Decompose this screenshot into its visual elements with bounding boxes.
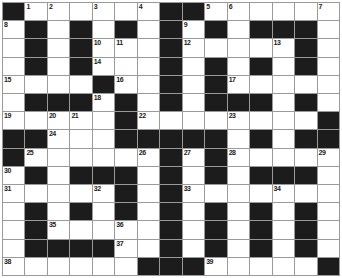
cell-r10c15[interactable]	[318, 167, 339, 184]
clue-number-24: 24	[49, 130, 56, 138]
cell-r1c13[interactable]	[273, 3, 294, 20]
black-cell-r6c10	[205, 94, 226, 111]
black-cell-r1c9	[183, 3, 204, 20]
black-cell-r14c3	[48, 240, 69, 257]
cell-r10c11[interactable]	[228, 167, 249, 184]
black-cell-r14c14	[295, 240, 316, 257]
clue-number-34: 34	[274, 185, 281, 193]
clue-number-2: 2	[49, 3, 52, 11]
cell-r9c14[interactable]	[295, 149, 316, 166]
cell-r11c15[interactable]	[318, 185, 339, 202]
black-cell-r10c6	[115, 167, 136, 184]
cell-r9c13[interactable]	[273, 149, 294, 166]
black-cell-r8c2	[25, 130, 46, 147]
cell-r4c5[interactable]: 14	[93, 58, 114, 75]
black-cell-r13c14	[295, 221, 316, 238]
black-cell-r10c4	[70, 167, 91, 184]
cell-r4c13[interactable]	[273, 58, 294, 75]
black-cell-r11c6	[115, 185, 136, 202]
black-cell-r3c2	[25, 39, 46, 56]
cell-r1c15[interactable]: 7	[318, 3, 339, 20]
black-cell-r12c8	[160, 203, 181, 220]
cell-r11c11[interactable]	[228, 185, 249, 202]
black-cell-r14c2	[25, 240, 46, 257]
cell-r3c11[interactable]	[228, 39, 249, 56]
cell-r13c13[interactable]	[273, 221, 294, 238]
cell-r11c12[interactable]	[250, 185, 271, 202]
cell-r2c9[interactable]: 9	[183, 21, 204, 38]
cell-r9c3[interactable]	[48, 149, 69, 166]
cell-r13c9[interactable]	[183, 221, 204, 238]
cell-r9c2[interactable]: 25	[25, 149, 46, 166]
cell-r5c12[interactable]	[250, 76, 271, 93]
cell-r7c10[interactable]	[205, 112, 226, 129]
clue-number-19: 19	[4, 112, 11, 120]
clue-number-16: 16	[116, 76, 123, 84]
black-cell-r14c12	[250, 240, 271, 257]
clue-number-31: 31	[4, 185, 11, 193]
cell-r3c12[interactable]	[250, 39, 271, 56]
clue-number-33: 33	[184, 185, 191, 193]
cell-r1c4[interactable]	[70, 3, 91, 20]
cell-r10c1[interactable]: 30	[3, 167, 24, 184]
clue-number-23: 23	[229, 112, 236, 120]
cell-r14c6[interactable]: 37	[115, 240, 136, 257]
cell-r14c1[interactable]	[3, 240, 24, 257]
clue-number-38: 38	[4, 258, 11, 266]
black-cell-r5c5	[93, 76, 114, 93]
cell-r13c5[interactable]	[93, 221, 114, 238]
black-cell-r11c8	[160, 185, 181, 202]
black-cell-r3c14	[295, 39, 316, 56]
cell-r3c1[interactable]	[3, 39, 24, 56]
black-cell-r4c12	[250, 58, 271, 75]
crossword-puzzle: 1234567891011121314151617181920212223242…	[0, 0, 342, 278]
black-cell-r2c2	[25, 21, 46, 38]
black-cell-r10c5	[93, 167, 114, 184]
cell-r1c10[interactable]: 5	[205, 3, 226, 20]
cell-r2c15[interactable]	[318, 21, 339, 38]
cell-r11c13[interactable]: 34	[273, 185, 294, 202]
cell-r11c10[interactable]	[205, 185, 226, 202]
cell-r7c4[interactable]: 21	[70, 112, 91, 129]
cell-r9c4[interactable]	[70, 149, 91, 166]
cell-r7c2[interactable]	[25, 112, 46, 129]
black-cell-r8c6	[115, 130, 136, 147]
black-cell-r15c8	[160, 258, 181, 275]
clue-number-3: 3	[94, 3, 97, 11]
cell-r5c11[interactable]: 17	[228, 76, 249, 93]
clue-number-12: 12	[184, 39, 191, 47]
clue-number-35: 35	[49, 221, 56, 229]
cell-r1c14[interactable]	[295, 3, 316, 20]
cell-r9c5[interactable]	[93, 149, 114, 166]
clue-number-39: 39	[206, 258, 213, 266]
black-cell-r6c4	[70, 94, 91, 111]
black-cell-r1c8	[160, 3, 181, 20]
clue-number-17: 17	[229, 76, 236, 84]
black-cell-r6c12	[250, 94, 271, 111]
cell-r6c15[interactable]	[318, 94, 339, 111]
cell-r9c9[interactable]: 27	[183, 149, 204, 166]
cell-r2c7[interactable]	[138, 21, 159, 38]
cell-r2c1[interactable]: 8	[3, 21, 24, 38]
cell-r7c13[interactable]	[273, 112, 294, 129]
cell-r5c13[interactable]	[273, 76, 294, 93]
cell-r1c11[interactable]: 6	[228, 3, 249, 20]
black-cell-r2c4	[70, 21, 91, 38]
cell-r12c15[interactable]	[318, 203, 339, 220]
cell-r6c13[interactable]	[273, 94, 294, 111]
black-cell-r12c10	[205, 203, 226, 220]
cell-r13c6[interactable]: 36	[115, 221, 136, 238]
cell-r14c11[interactable]	[228, 240, 249, 257]
black-cell-r13c8	[160, 221, 181, 238]
black-cell-r8c12	[250, 130, 271, 147]
cell-r5c7[interactable]	[138, 76, 159, 93]
cell-r5c6[interactable]: 16	[115, 76, 136, 93]
cell-r15c2[interactable]	[25, 258, 46, 275]
cell-r6c1[interactable]	[3, 94, 24, 111]
cell-r4c11[interactable]	[228, 58, 249, 75]
cell-r3c13[interactable]: 13	[273, 39, 294, 56]
black-cell-r15c15	[318, 258, 339, 275]
cell-r2c3[interactable]	[48, 21, 69, 38]
clue-number-11: 11	[116, 39, 122, 47]
black-cell-r10c12	[250, 167, 271, 184]
clue-number-7: 7	[319, 3, 322, 11]
cell-r11c9[interactable]: 33	[183, 185, 204, 202]
cell-r11c7[interactable]	[138, 185, 159, 202]
black-cell-r1c1	[3, 3, 24, 20]
cell-r5c9[interactable]	[183, 76, 204, 93]
black-cell-r12c14	[295, 203, 316, 220]
cell-r3c6[interactable]: 11	[115, 39, 136, 56]
cell-r15c14[interactable]	[295, 258, 316, 275]
black-cell-r2c6	[115, 21, 136, 38]
clue-number-28: 28	[229, 149, 236, 157]
black-cell-r7c6	[115, 112, 136, 129]
cell-r9c15[interactable]: 29	[318, 149, 339, 166]
black-cell-r2c13	[273, 21, 294, 38]
cell-r9c12[interactable]	[250, 149, 271, 166]
cell-r7c1[interactable]: 19	[3, 112, 24, 129]
cell-r10c7[interactable]	[138, 167, 159, 184]
black-cell-r8c7	[138, 130, 159, 147]
black-cell-r8c10	[205, 130, 226, 147]
black-cell-r5c10	[205, 76, 226, 93]
black-cell-r10c13	[273, 167, 294, 184]
black-cell-r2c12	[250, 21, 271, 38]
cell-r1c12[interactable]	[250, 3, 271, 20]
cell-r15c6[interactable]	[115, 258, 136, 275]
black-cell-r10c2	[25, 167, 46, 184]
cell-r12c5[interactable]	[93, 203, 114, 220]
cell-r14c9[interactable]	[183, 240, 204, 257]
cell-r1c7[interactable]: 4	[138, 3, 159, 20]
black-cell-r9c1	[3, 149, 24, 166]
black-cell-r3c4	[70, 39, 91, 56]
black-cell-r7c15	[318, 112, 339, 129]
cell-r9c11[interactable]: 28	[228, 149, 249, 166]
black-cell-r15c7	[138, 258, 159, 275]
black-cell-r10c8	[160, 167, 181, 184]
cell-r1c6[interactable]	[115, 3, 136, 20]
cell-r15c4[interactable]	[70, 258, 91, 275]
cell-r14c7[interactable]	[138, 240, 159, 257]
black-cell-r14c8	[160, 240, 181, 257]
cell-r11c14[interactable]	[295, 185, 316, 202]
black-cell-r15c9	[183, 258, 204, 275]
black-cell-r8c15	[318, 130, 339, 147]
clue-number-20: 20	[49, 112, 56, 120]
cell-r4c7[interactable]	[138, 58, 159, 75]
cell-r1c3[interactable]: 2	[48, 3, 69, 20]
black-cell-r6c2	[25, 94, 46, 111]
cell-r12c13[interactable]	[273, 203, 294, 220]
cell-r12c9[interactable]	[183, 203, 204, 220]
cell-r13c3[interactable]: 35	[48, 221, 69, 238]
clue-number-9: 9	[184, 21, 187, 29]
clue-number-5: 5	[206, 3, 209, 11]
cell-r13c4[interactable]	[70, 221, 91, 238]
cell-r11c5[interactable]: 32	[93, 185, 114, 202]
cell-r3c7[interactable]	[138, 39, 159, 56]
black-cell-r9c8	[160, 149, 181, 166]
clue-number-32: 32	[94, 185, 101, 193]
cell-r4c15[interactable]	[318, 58, 339, 75]
cell-r3c5[interactable]: 10	[93, 39, 114, 56]
cell-r10c9[interactable]	[183, 167, 204, 184]
black-cell-r5c8	[160, 76, 181, 93]
black-cell-r8c9	[183, 130, 204, 147]
cell-r15c13[interactable]	[273, 258, 294, 275]
cell-r7c9[interactable]	[183, 112, 204, 129]
cell-r5c4[interactable]	[70, 76, 91, 93]
clue-number-18: 18	[94, 94, 101, 102]
cell-r12c1[interactable]	[3, 203, 24, 220]
cell-r1c2[interactable]: 1	[25, 3, 46, 20]
cell-r7c5[interactable]	[93, 112, 114, 129]
black-cell-r12c6	[115, 203, 136, 220]
clue-number-14: 14	[94, 58, 101, 66]
black-cell-r6c3	[48, 94, 69, 111]
cell-r11c1[interactable]: 31	[3, 185, 24, 202]
cell-r3c3[interactable]	[48, 39, 69, 56]
black-cell-r13c12	[250, 221, 271, 238]
cell-r15c1[interactable]: 38	[3, 258, 24, 275]
cell-r5c15[interactable]	[318, 76, 339, 93]
cell-r13c11[interactable]	[228, 221, 249, 238]
cell-r15c5[interactable]	[93, 258, 114, 275]
cell-r11c2[interactable]	[25, 185, 46, 202]
cell-r6c5[interactable]: 18	[93, 94, 114, 111]
cell-r14c15[interactable]	[318, 240, 339, 257]
cell-r6c7[interactable]	[138, 94, 159, 111]
black-cell-r6c6	[115, 94, 136, 111]
clue-number-25: 25	[26, 149, 33, 157]
cell-r6c9[interactable]	[183, 94, 204, 111]
clue-number-26: 26	[139, 149, 146, 157]
cell-r5c2[interactable]	[25, 76, 46, 93]
cell-r7c7[interactable]: 22	[138, 112, 159, 129]
black-cell-r6c8	[160, 94, 181, 111]
crossword-grid: 1234567891011121314151617181920212223242…	[2, 2, 340, 276]
cell-r4c1[interactable]	[3, 58, 24, 75]
cell-r4c6[interactable]	[115, 58, 136, 75]
black-cell-r9c10	[205, 149, 226, 166]
cell-r14c13[interactable]	[273, 240, 294, 257]
black-cell-r3c8	[160, 39, 181, 56]
cell-r7c12[interactable]	[250, 112, 271, 129]
cell-r8c4[interactable]	[70, 130, 91, 147]
cell-r8c11[interactable]	[228, 130, 249, 147]
black-cell-r4c4	[70, 58, 91, 75]
clue-number-37: 37	[116, 240, 123, 248]
cell-r13c15[interactable]	[318, 221, 339, 238]
black-cell-r2c8	[160, 21, 181, 38]
clue-number-8: 8	[4, 21, 7, 29]
clue-number-13: 13	[274, 39, 281, 47]
black-cell-r14c4	[70, 240, 91, 257]
black-cell-r10c14	[295, 167, 316, 184]
black-cell-r6c11	[228, 94, 249, 111]
clue-number-29: 29	[319, 149, 326, 157]
cell-r12c11[interactable]	[228, 203, 249, 220]
cell-r12c3[interactable]	[48, 203, 69, 220]
cell-r4c9[interactable]	[183, 58, 204, 75]
cell-r15c11[interactable]	[228, 258, 249, 275]
black-cell-r4c8	[160, 58, 181, 75]
cell-r1c5[interactable]: 3	[93, 3, 114, 20]
black-cell-r4c14	[295, 58, 316, 75]
cell-r13c1[interactable]	[3, 221, 24, 238]
black-cell-r8c8	[160, 130, 181, 147]
cell-r15c10[interactable]: 39	[205, 258, 226, 275]
cell-r7c3[interactable]: 20	[48, 112, 69, 129]
cell-r8c3[interactable]: 24	[48, 130, 69, 147]
cell-r9c6[interactable]	[115, 149, 136, 166]
cell-r3c9[interactable]: 12	[183, 39, 204, 56]
clue-number-10: 10	[94, 39, 101, 47]
cell-r12c7[interactable]	[138, 203, 159, 220]
cell-r9c7[interactable]: 26	[138, 149, 159, 166]
clue-number-1: 1	[26, 3, 29, 11]
black-cell-r8c14	[295, 130, 316, 147]
clue-number-21: 21	[71, 112, 78, 120]
black-cell-r4c10	[205, 58, 226, 75]
black-cell-r12c12	[250, 203, 271, 220]
black-cell-r13c10	[205, 221, 226, 238]
cell-r7c8[interactable]	[160, 112, 181, 129]
clue-number-27: 27	[184, 149, 191, 157]
black-cell-r6c14	[295, 94, 316, 111]
clue-number-36: 36	[116, 221, 123, 229]
cell-r7c14[interactable]	[295, 112, 316, 129]
clue-number-6: 6	[229, 3, 232, 11]
black-cell-r10c10	[205, 167, 226, 184]
cell-r2c5[interactable]	[93, 21, 114, 38]
black-cell-r8c1	[3, 130, 24, 147]
cell-r5c14[interactable]	[295, 76, 316, 93]
black-cell-r12c4	[70, 203, 91, 220]
cell-r15c12[interactable]	[250, 258, 271, 275]
black-cell-r2c14	[295, 21, 316, 38]
clue-number-4: 4	[139, 3, 142, 11]
cell-r4c3[interactable]	[48, 58, 69, 75]
cell-r8c5[interactable]	[93, 130, 114, 147]
black-cell-r13c2	[25, 221, 46, 238]
cell-r8c13[interactable]	[273, 130, 294, 147]
cell-r5c3[interactable]	[48, 76, 69, 93]
clue-number-22: 22	[139, 112, 146, 120]
cell-r7c11[interactable]: 23	[228, 112, 249, 129]
cell-r5c1[interactable]: 15	[3, 76, 24, 93]
clue-number-15: 15	[4, 76, 11, 84]
cell-r11c3[interactable]	[48, 185, 69, 202]
clue-number-30: 30	[4, 167, 11, 175]
cell-r3c15[interactable]	[318, 39, 339, 56]
black-cell-r4c2	[25, 58, 46, 75]
cell-r13c7[interactable]	[138, 221, 159, 238]
cell-r11c4[interactable]	[70, 185, 91, 202]
black-cell-r2c10	[205, 21, 226, 38]
black-cell-r12c2	[25, 203, 46, 220]
cell-r3c10[interactable]	[205, 39, 226, 56]
cell-r10c3[interactable]	[48, 167, 69, 184]
black-cell-r14c5	[93, 240, 114, 257]
black-cell-r14c10	[205, 240, 226, 257]
cell-r2c11[interactable]	[228, 21, 249, 38]
cell-r15c3[interactable]	[48, 258, 69, 275]
